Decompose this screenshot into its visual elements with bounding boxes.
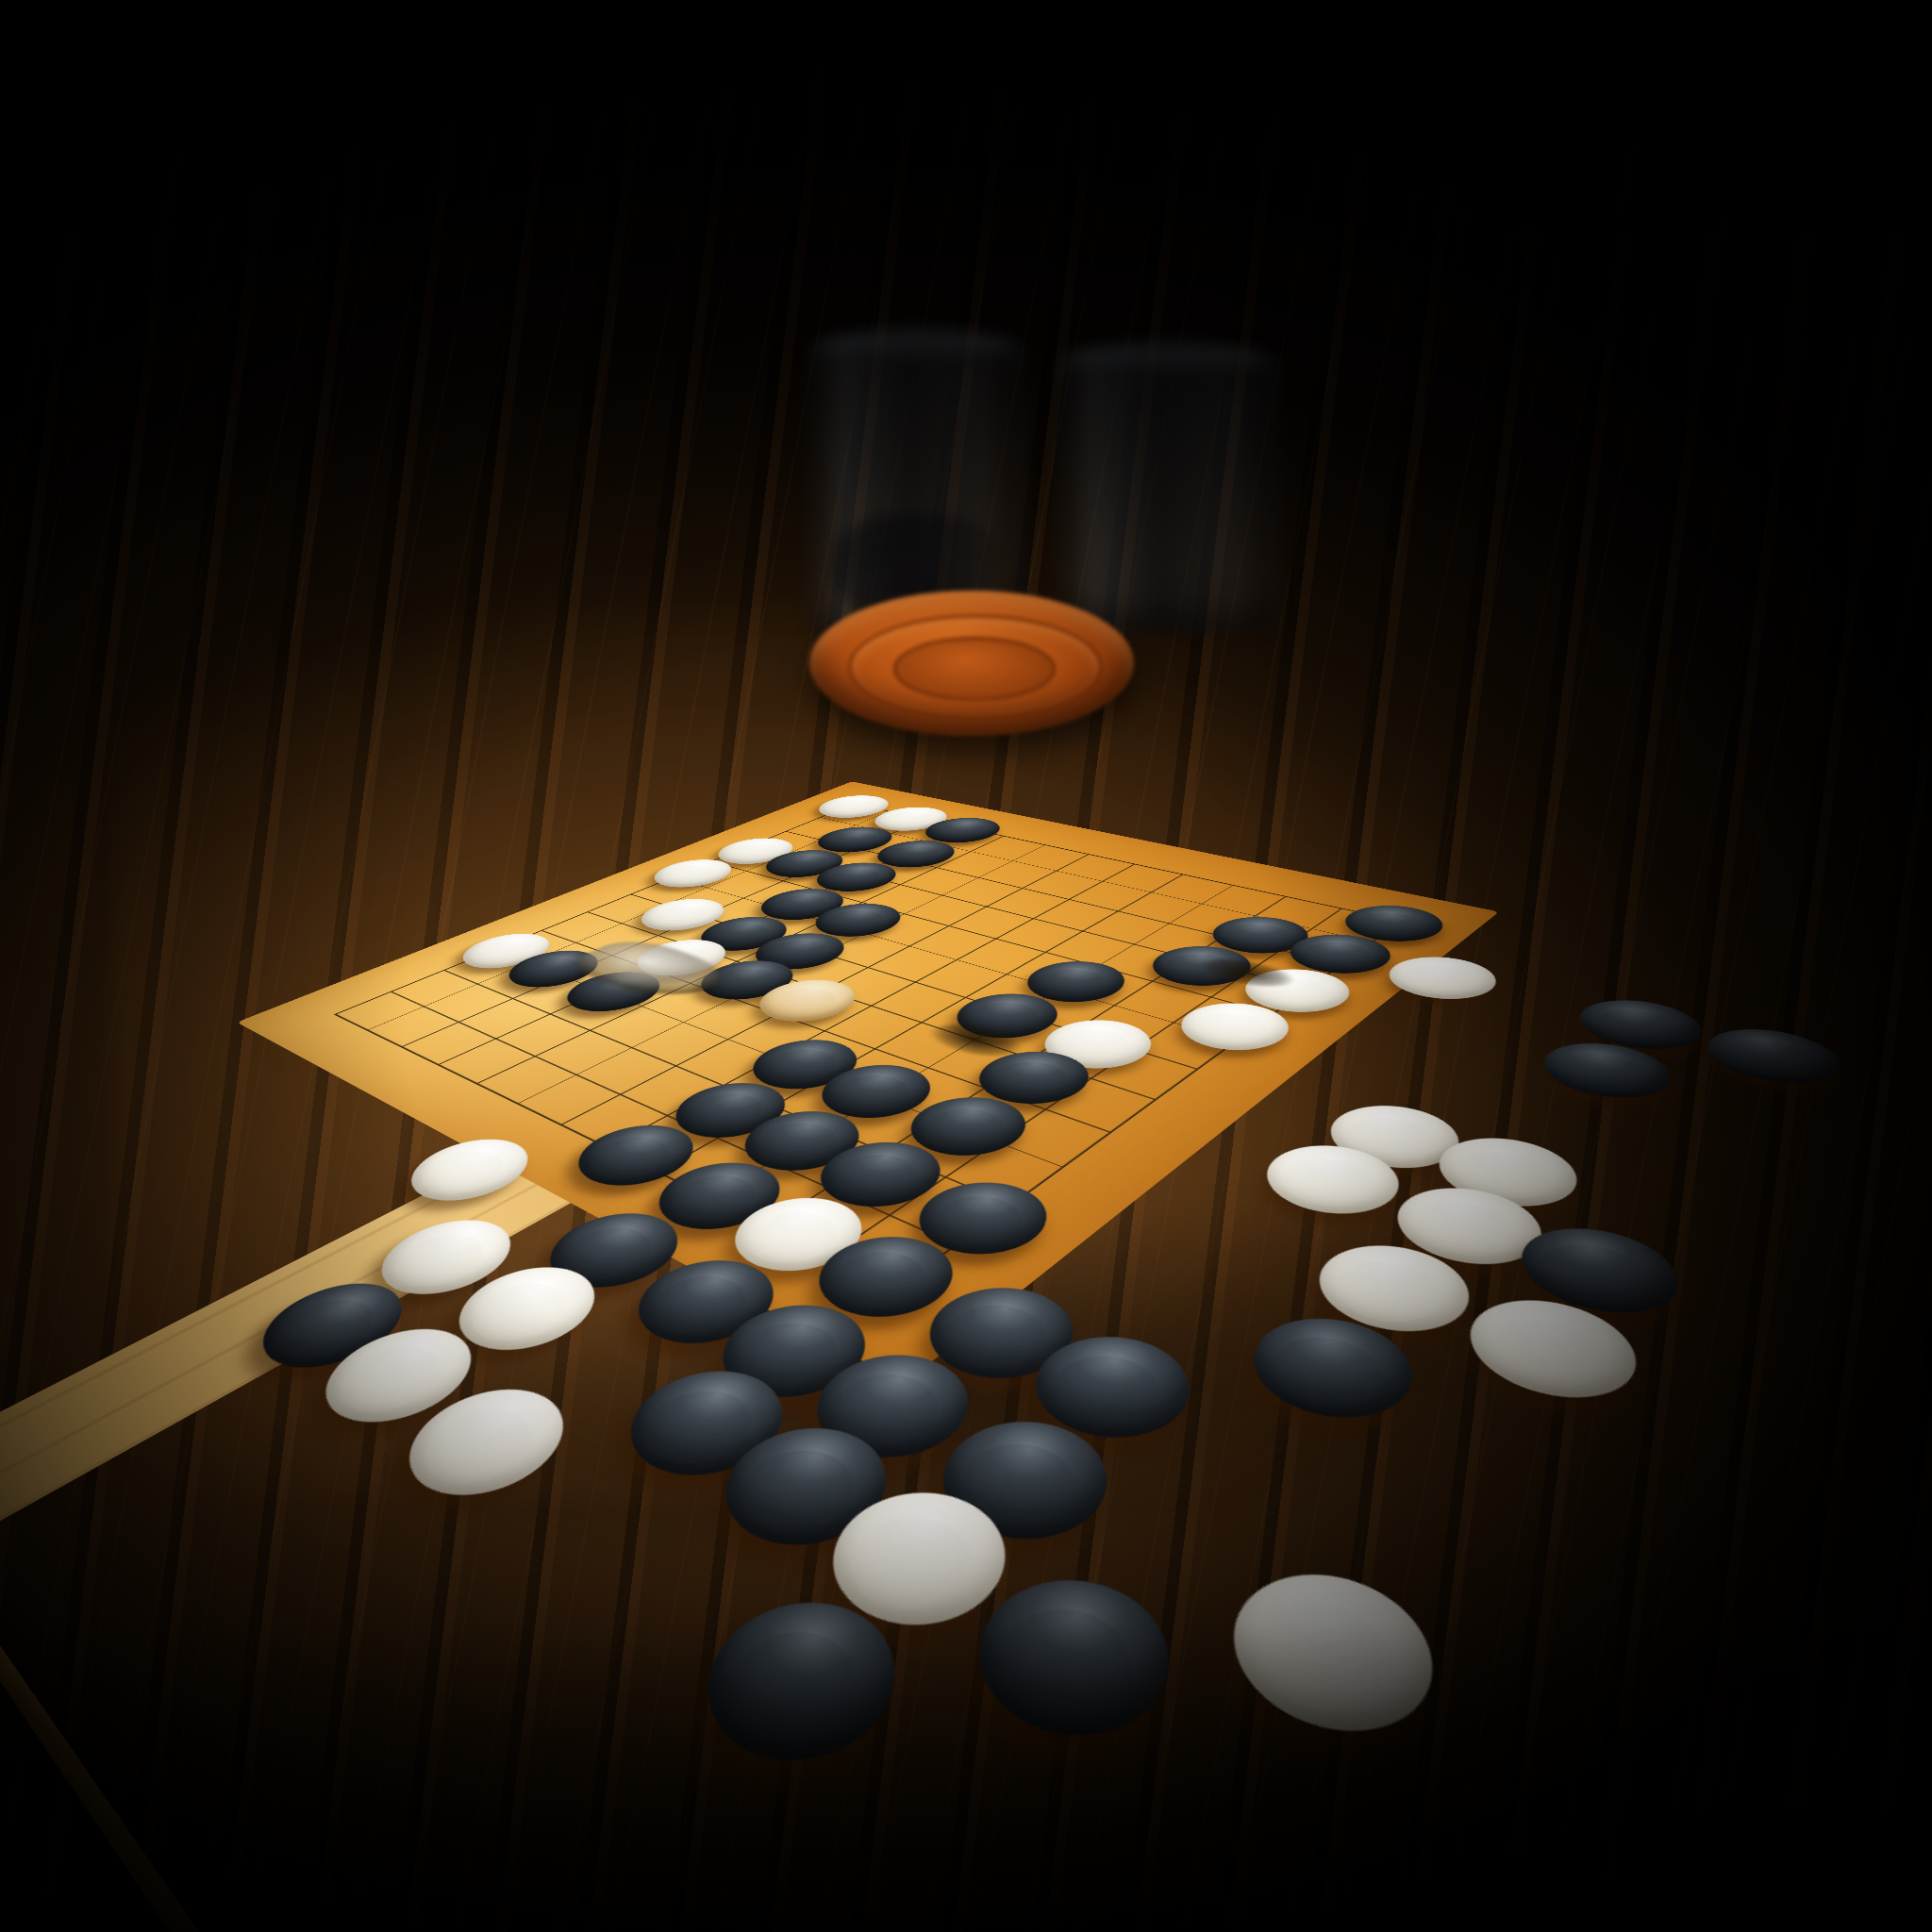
black-stone-glyph: ● [1273,927,1407,981]
black-stone[interactable]: ● [893,1169,1072,1269]
board-cell[interactable]: ● [1169,995,1315,1060]
board-cell[interactable]: ● [882,1087,1042,1168]
jar-lid [825,326,1009,366]
black-stone[interactable]: ● [654,1073,808,1149]
board-cell[interactable] [602,986,737,1044]
board-cell[interactable]: ● [956,1045,1109,1118]
board-cell[interactable] [871,963,1006,1020]
dark-smudge [918,1016,1033,1064]
board-cell[interactable]: ● [943,984,1084,1045]
board-cell[interactable] [1109,1033,1263,1105]
black-stone-glyph: ● [1008,954,1143,1010]
black-stone-glyph: ● [1134,939,1268,993]
jar-lid [1074,340,1261,379]
black-stone-glyph: ● [722,1100,882,1182]
board-cell[interactable]: ● [801,1223,990,1335]
black-stone-glyph: ● [937,986,1077,1047]
white-stone[interactable]: ● [709,1185,888,1287]
white-stone-glyph: ● [1024,1011,1171,1078]
board-cell[interactable]: ● [1140,941,1274,995]
white-stone-glyph: ● [1226,961,1367,1021]
white-stone-glyph: ● [1161,994,1307,1059]
black-stone[interactable]: ● [800,1056,953,1129]
board-cell[interactable]: ● [729,1032,875,1101]
board-cell[interactable]: ● [891,1168,1069,1268]
board-cell[interactable]: ● [802,1133,971,1224]
black-stone-glyph: ● [732,1031,878,1099]
board-cell[interactable]: ● [802,1058,956,1133]
dark-smudge [1191,953,1304,993]
black-stone[interactable]: ● [1134,939,1268,993]
stone-jar-right [1057,349,1279,632]
board-cell[interactable] [1083,973,1224,1033]
black-stone-glyph: ● [800,1056,953,1129]
black-stone-glyph: ● [635,1150,805,1242]
board-cell[interactable]: ● [1005,952,1140,1008]
board-cell[interactable]: ● [560,1114,721,1198]
board-cell[interactable]: ● [1224,960,1364,1020]
black-stone-glyph: ● [893,1169,1072,1269]
black-stone[interactable]: ● [556,1114,716,1198]
board-cell[interactable] [495,1084,649,1160]
black-stone[interactable]: ● [796,1130,965,1220]
board-cell[interactable] [523,1020,663,1084]
black-stone-glyph: ● [958,1042,1110,1115]
black-stone-glyph: ● [791,1222,979,1334]
jar-glass [1057,349,1279,632]
black-stone[interactable]: ● [1008,954,1143,1010]
black-stone[interactable]: ● [958,1042,1110,1115]
white-stone[interactable]: ● [1226,961,1367,1021]
board-cell[interactable]: ● [722,1100,882,1182]
black-stone[interactable]: ● [791,1222,979,1334]
board-cell[interactable] [803,996,943,1058]
bowl-ring-inner [893,637,1055,701]
black-stone[interactable]: ● [635,1150,805,1242]
board-cell[interactable]: ● [633,1146,802,1238]
board-cell[interactable] [662,1008,803,1071]
board-cell[interactable] [1043,1074,1204,1153]
black-stone[interactable]: ● [1273,927,1407,981]
black-stone[interactable]: ● [937,986,1077,1047]
board-cell[interactable] [382,1031,523,1096]
white-stone[interactable]: ● [1024,1011,1171,1078]
white-stone-glyph: ● [709,1185,888,1287]
black-stone[interactable]: ● [722,1100,882,1182]
board-cell[interactable] [875,1020,1022,1087]
board-cell[interactable] [467,997,602,1057]
black-stone-glyph: ● [654,1073,808,1149]
board-cell[interactable]: ● [649,1071,803,1146]
board-cell[interactable] [437,1057,583,1127]
board-cell[interactable]: ● [1023,1008,1169,1074]
white-stone[interactable]: ● [1161,994,1307,1059]
black-stone[interactable]: ● [732,1031,878,1099]
board-cell[interactable] [971,1119,1140,1207]
black-stone-glyph: ● [888,1087,1048,1168]
board-cell[interactable]: ● [712,1183,891,1284]
black-stone[interactable]: ● [888,1087,1048,1168]
wooden-bowl-lid [809,591,1134,736]
board-cell[interactable] [332,1008,467,1069]
board-cell[interactable] [583,1044,729,1114]
board-cell[interactable]: ● [1274,929,1408,983]
black-stone-glyph: ● [796,1130,965,1220]
black-stone-glyph: ● [556,1114,716,1198]
